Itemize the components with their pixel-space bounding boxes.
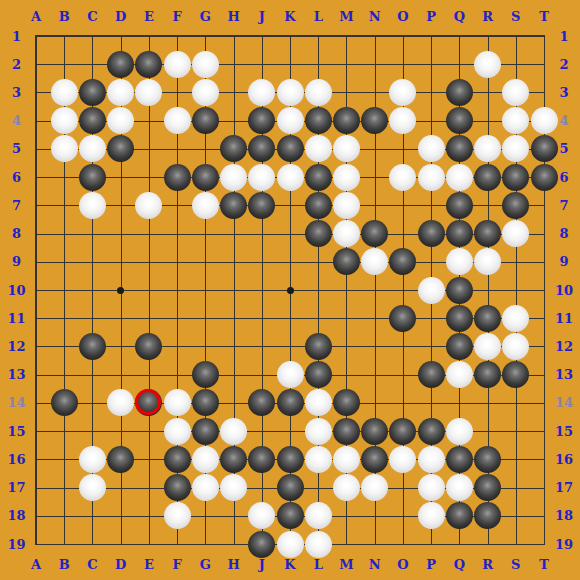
stone-L13[interactable] [305,361,332,388]
col-label-bottom-H: H [220,556,248,573]
stone-F4[interactable] [164,107,191,134]
stone-P10[interactable] [418,277,445,304]
stone-G7[interactable] [192,192,219,219]
stone-K6[interactable] [277,164,304,191]
row-label-left-4: 4 [3,112,31,129]
stone-S6[interactable] [502,164,529,191]
stone-Q6[interactable] [446,164,473,191]
stone-C7[interactable] [79,192,106,219]
row-label-right-12: 12 [550,338,578,355]
col-label-top-F: F [163,8,191,25]
row-label-right-2: 2 [550,56,578,73]
row-label-left-17: 17 [3,479,31,496]
stone-N16[interactable] [361,446,388,473]
row-label-left-9: 9 [3,253,31,270]
stone-R13[interactable] [474,361,501,388]
stone-C4[interactable] [79,107,106,134]
stone-L4[interactable] [305,107,332,134]
col-label-bottom-S: S [502,556,530,573]
stone-F17[interactable] [164,474,191,501]
stone-Q5[interactable] [446,135,473,162]
stone-Q3[interactable] [446,79,473,106]
stone-P17[interactable] [418,474,445,501]
stone-J19[interactable] [248,531,275,558]
stone-M17[interactable] [333,474,360,501]
col-label-bottom-C: C [78,556,106,573]
col-label-top-G: G [191,8,219,25]
stone-K18[interactable] [277,502,304,529]
stone-H7[interactable] [220,192,247,219]
col-label-bottom-Q: Q [445,556,473,573]
stone-Q13[interactable] [446,361,473,388]
col-label-top-E: E [135,8,163,25]
stone-F15[interactable] [164,418,191,445]
stone-G6[interactable] [192,164,219,191]
stone-S12[interactable] [502,333,529,360]
stone-M8[interactable] [333,220,360,247]
stone-B3[interactable] [51,79,78,106]
stone-K13[interactable] [277,361,304,388]
stone-P8[interactable] [418,220,445,247]
stone-D16[interactable] [107,446,134,473]
col-label-top-K: K [276,8,304,25]
stone-S11[interactable] [502,305,529,332]
stone-K14[interactable] [277,389,304,416]
stone-Q9[interactable] [446,248,473,275]
col-label-top-T: T [530,8,558,25]
row-label-right-7: 7 [550,197,578,214]
stone-P18[interactable] [418,502,445,529]
stone-N15[interactable] [361,418,388,445]
col-label-top-P: P [417,8,445,25]
col-label-bottom-E: E [135,556,163,573]
stone-G13[interactable] [192,361,219,388]
row-label-right-8: 8 [550,225,578,242]
stone-J6[interactable] [248,164,275,191]
stone-P6[interactable] [418,164,445,191]
stone-C12[interactable] [79,333,106,360]
stone-C17[interactable] [79,474,106,501]
row-label-right-14: 14 [550,394,578,411]
stone-G2[interactable] [192,51,219,78]
stone-E2[interactable] [135,51,162,78]
col-label-bottom-B: B [50,556,78,573]
stone-T5[interactable] [531,135,558,162]
col-label-bottom-R: R [474,556,502,573]
stone-H17[interactable] [220,474,247,501]
stone-R8[interactable] [474,220,501,247]
stone-T4[interactable] [531,107,558,134]
stone-Q15[interactable] [446,418,473,445]
go-board-app: ABCDEFGHJKLMNOPQRST ABCDEFGHJKLMNOPQRST … [0,0,580,580]
col-label-bottom-F: F [163,556,191,573]
row-label-right-16: 16 [550,451,578,468]
stone-O6[interactable] [389,164,416,191]
row-label-left-15: 15 [3,423,31,440]
stone-Q11[interactable] [446,305,473,332]
stone-S3[interactable] [502,79,529,106]
stone-G14[interactable] [192,389,219,416]
stone-L7[interactable] [305,192,332,219]
stone-R16[interactable] [474,446,501,473]
stone-L14[interactable] [305,389,332,416]
stone-H16[interactable] [220,446,247,473]
stone-Q4[interactable] [446,107,473,134]
stone-C3[interactable] [79,79,106,106]
col-label-bottom-G: G [191,556,219,573]
stone-L8[interactable] [305,220,332,247]
stone-Q18[interactable] [446,502,473,529]
stone-K5[interactable] [277,135,304,162]
row-label-left-12: 12 [3,338,31,355]
row-label-left-6: 6 [3,169,31,186]
stone-G3[interactable] [192,79,219,106]
col-label-top-N: N [361,8,389,25]
stone-L3[interactable] [305,79,332,106]
row-label-left-11: 11 [3,310,31,327]
row-label-left-18: 18 [3,507,31,524]
row-label-left-8: 8 [3,225,31,242]
stone-P13[interactable] [418,361,445,388]
row-label-left-1: 1 [3,28,31,45]
row-label-right-3: 3 [550,84,578,101]
stone-K16[interactable] [277,446,304,473]
stone-N17[interactable] [361,474,388,501]
stone-L12[interactable] [305,333,332,360]
stone-N8[interactable] [361,220,388,247]
row-label-left-16: 16 [3,451,31,468]
stone-C16[interactable] [79,446,106,473]
stone-O11[interactable] [389,305,416,332]
col-label-bottom-P: P [417,556,445,573]
row-label-right-1: 1 [550,28,578,45]
row-label-right-15: 15 [550,423,578,440]
stone-Q12[interactable] [446,333,473,360]
stone-F14[interactable] [164,389,191,416]
col-label-top-J: J [248,8,276,25]
stone-F2[interactable] [164,51,191,78]
stone-K3[interactable] [277,79,304,106]
stone-R2[interactable] [474,51,501,78]
col-label-bottom-N: N [361,556,389,573]
row-label-right-9: 9 [550,253,578,270]
col-label-bottom-T: T [530,556,558,573]
stone-M9[interactable] [333,248,360,275]
row-label-left-7: 7 [3,197,31,214]
col-label-bottom-D: D [107,556,135,573]
col-label-top-H: H [220,8,248,25]
stone-M6[interactable] [333,164,360,191]
col-label-top-O: O [389,8,417,25]
col-label-top-L: L [304,8,332,25]
stone-L5[interactable] [305,135,332,162]
stone-R6[interactable] [474,164,501,191]
stone-L16[interactable] [305,446,332,473]
stone-S7[interactable] [502,192,529,219]
star-point-D10 [117,287,124,294]
stone-T6[interactable] [531,164,558,191]
stone-F16[interactable] [164,446,191,473]
stone-B5[interactable] [51,135,78,162]
row-label-left-13: 13 [3,366,31,383]
stone-J16[interactable] [248,446,275,473]
stone-G16[interactable] [192,446,219,473]
row-label-left-3: 3 [3,84,31,101]
col-label-top-B: B [50,8,78,25]
stone-P15[interactable] [418,418,445,445]
stone-E7[interactable] [135,192,162,219]
row-label-right-18: 18 [550,507,578,524]
col-label-top-Q: Q [445,8,473,25]
row-label-right-13: 13 [550,366,578,383]
row-label-left-14: 14 [3,394,31,411]
row-label-left-10: 10 [3,282,31,299]
col-label-top-D: D [107,8,135,25]
stone-Q10[interactable] [446,277,473,304]
row-label-left-19: 19 [3,536,31,553]
stone-R12[interactable] [474,333,501,360]
row-label-left-5: 5 [3,140,31,157]
stone-B14[interactable] [51,389,78,416]
stone-G17[interactable] [192,474,219,501]
stone-D2[interactable] [107,51,134,78]
col-label-top-M: M [332,8,360,25]
stone-M7[interactable] [333,192,360,219]
col-label-top-C: C [78,8,106,25]
col-label-top-S: S [502,8,530,25]
stone-P5[interactable] [418,135,445,162]
stone-L15[interactable] [305,418,332,445]
stone-K17[interactable] [277,474,304,501]
stone-C6[interactable] [79,164,106,191]
stone-Q8[interactable] [446,220,473,247]
stone-F18[interactable] [164,502,191,529]
stone-G4[interactable] [192,107,219,134]
col-label-bottom-L: L [304,556,332,573]
stone-O15[interactable] [389,418,416,445]
stone-M16[interactable] [333,446,360,473]
stone-H6[interactable] [220,164,247,191]
stone-L18[interactable] [305,502,332,529]
col-label-top-A: A [22,8,50,25]
col-label-top-R: R [474,8,502,25]
stone-B4[interactable] [51,107,78,134]
stone-Q16[interactable] [446,446,473,473]
stone-K4[interactable] [277,107,304,134]
col-label-bottom-A: A [22,556,50,573]
col-label-bottom-M: M [332,556,360,573]
stone-P16[interactable] [418,446,445,473]
row-label-right-10: 10 [550,282,578,299]
stone-G15[interactable] [192,418,219,445]
star-point-K10 [287,287,294,294]
stone-R17[interactable] [474,474,501,501]
row-label-right-17: 17 [550,479,578,496]
stone-L19[interactable] [305,531,332,558]
row-label-right-19: 19 [550,536,578,553]
stone-F6[interactable] [164,164,191,191]
stone-D3[interactable] [107,79,134,106]
stone-R11[interactable] [474,305,501,332]
col-label-bottom-O: O [389,556,417,573]
stone-Q17[interactable] [446,474,473,501]
stone-H15[interactable] [220,418,247,445]
row-label-right-11: 11 [550,310,578,327]
stone-J7[interactable] [248,192,275,219]
stone-Q7[interactable] [446,192,473,219]
stone-L6[interactable] [305,164,332,191]
col-label-bottom-K: K [276,556,304,573]
stone-K19[interactable] [277,531,304,558]
stone-J3[interactable] [248,79,275,106]
stone-M15[interactable] [333,418,360,445]
stone-M4[interactable] [333,107,360,134]
row-label-left-2: 2 [3,56,31,73]
col-label-bottom-J: J [248,556,276,573]
stone-O16[interactable] [389,446,416,473]
